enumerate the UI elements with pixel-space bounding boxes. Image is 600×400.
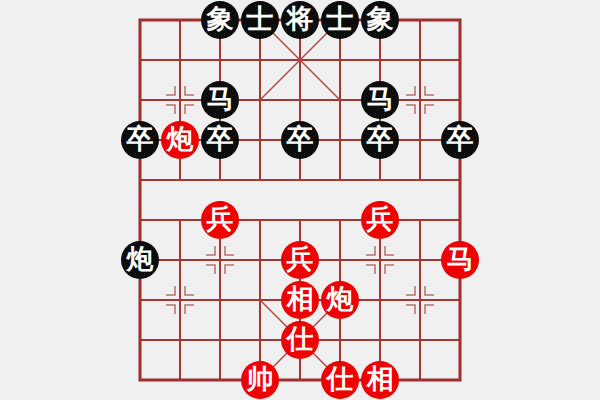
piece-glyph: 士 (321, 1, 359, 39)
piece-glyph: 炮 (121, 241, 159, 279)
piece-red-advisor[interactable]: 仕 (280, 320, 320, 360)
piece-red-general[interactable]: 帅 (240, 360, 280, 400)
piece-black-horse[interactable]: 马 (200, 80, 240, 120)
piece-black-soldier[interactable]: 卒 (200, 120, 240, 160)
piece-glyph: 卒 (201, 121, 239, 159)
piece-red-elephant[interactable]: 相 (360, 360, 400, 400)
piece-glyph: 仕 (281, 321, 319, 359)
piece-red-soldier[interactable]: 兵 (360, 200, 400, 240)
piece-glyph: 将 (281, 1, 319, 39)
piece-red-advisor[interactable]: 仕 (320, 360, 360, 400)
piece-glyph: 相 (281, 281, 319, 319)
piece-black-cannon[interactable]: 炮 (120, 240, 160, 280)
piece-red-soldier[interactable]: 兵 (280, 240, 320, 280)
piece-glyph: 炮 (161, 121, 199, 159)
piece-glyph: 马 (201, 81, 239, 119)
piece-glyph: 士 (241, 1, 279, 39)
piece-glyph: 卒 (361, 121, 399, 159)
piece-glyph: 炮 (321, 281, 359, 319)
piece-glyph: 兵 (201, 201, 239, 239)
piece-glyph: 帅 (241, 361, 279, 399)
piece-red-cannon[interactable]: 炮 (320, 280, 360, 320)
piece-black-soldier[interactable]: 卒 (440, 120, 480, 160)
piece-glyph: 卒 (281, 121, 319, 159)
pieces-grid: 象士将士象马马卒炮卒卒卒卒兵兵炮兵马相炮仕帅仕相 (120, 0, 480, 400)
piece-red-horse[interactable]: 马 (440, 240, 480, 280)
piece-black-soldier[interactable]: 卒 (360, 120, 400, 160)
piece-red-cannon[interactable]: 炮 (160, 120, 200, 160)
piece-glyph: 马 (441, 241, 479, 279)
piece-black-elephant[interactable]: 象 (360, 0, 400, 40)
piece-glyph: 仕 (321, 361, 359, 399)
piece-glyph: 兵 (361, 201, 399, 239)
piece-glyph: 卒 (121, 121, 159, 159)
piece-red-elephant[interactable]: 相 (280, 280, 320, 320)
piece-glyph: 象 (361, 1, 399, 39)
piece-black-elephant[interactable]: 象 (200, 0, 240, 40)
piece-black-general[interactable]: 将 (280, 0, 320, 40)
piece-black-soldier[interactable]: 卒 (120, 120, 160, 160)
piece-black-advisor[interactable]: 士 (320, 0, 360, 40)
piece-glyph: 卒 (441, 121, 479, 159)
piece-glyph: 象 (201, 1, 239, 39)
piece-black-advisor[interactable]: 士 (240, 0, 280, 40)
piece-glyph: 相 (361, 361, 399, 399)
piece-black-horse[interactable]: 马 (360, 80, 400, 120)
piece-black-soldier[interactable]: 卒 (280, 120, 320, 160)
xiangqi-board-screen: 象士将士象马马卒炮卒卒卒卒兵兵炮兵马相炮仕帅仕相 (0, 0, 600, 400)
piece-red-soldier[interactable]: 兵 (200, 200, 240, 240)
piece-glyph: 马 (361, 81, 399, 119)
piece-glyph: 兵 (281, 241, 319, 279)
